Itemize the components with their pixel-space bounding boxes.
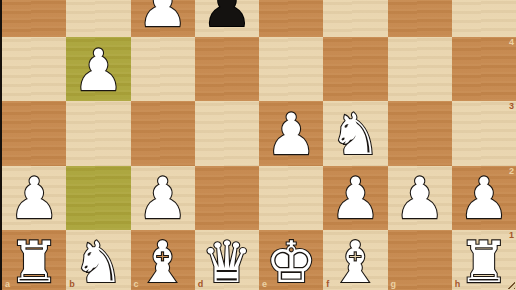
square-b3[interactable]	[66, 101, 130, 165]
square-h1[interactable]: ♜1h	[452, 230, 516, 290]
file-label-d: d	[198, 280, 204, 289]
file-label-b: b	[69, 280, 75, 289]
file-label-g: g	[391, 280, 397, 289]
white-bishop[interactable]: ♝	[137, 234, 188, 290]
white-king[interactable]: ♚	[266, 234, 317, 290]
file-label-h: h	[455, 280, 461, 289]
rank-label-4: 4	[509, 38, 514, 47]
rank-label-1: 1	[509, 231, 514, 240]
square-e4[interactable]	[259, 37, 323, 101]
square-f4[interactable]	[323, 37, 387, 101]
square-a1[interactable]: ♜a	[2, 230, 66, 290]
white-pawn[interactable]: ♟	[330, 170, 381, 227]
white-queen[interactable]: ♛	[201, 234, 252, 290]
square-a4[interactable]	[2, 37, 66, 101]
square-f1[interactable]: ♝f	[323, 230, 387, 290]
square-c3[interactable]	[131, 101, 195, 165]
square-a3[interactable]	[2, 101, 66, 165]
file-label-a: a	[5, 280, 10, 289]
file-label-c: c	[134, 280, 139, 289]
square-e3[interactable]: ♟	[259, 101, 323, 165]
square-h5[interactable]	[452, 0, 516, 37]
square-b5[interactable]	[66, 0, 130, 37]
rank-label-2: 2	[509, 167, 514, 176]
square-b2[interactable]	[66, 166, 130, 230]
square-d3[interactable]	[195, 101, 259, 165]
square-d5[interactable]: ♟	[195, 0, 259, 37]
square-g5[interactable]	[388, 0, 452, 37]
white-rook[interactable]: ♜	[9, 234, 60, 290]
white-knight[interactable]: ♞	[330, 106, 381, 163]
square-e1[interactable]: ♚e	[259, 230, 323, 290]
square-a5[interactable]	[2, 0, 66, 37]
chess-board: ♟♟♟4♟♞3♟♟♟♟♟2♜a♞b♝c♛d♚e♝fg♜1h	[2, 0, 516, 290]
white-pawn[interactable]: ♟	[394, 170, 445, 227]
white-rook[interactable]: ♜	[458, 234, 509, 290]
square-c5[interactable]: ♟	[131, 0, 195, 37]
square-f3[interactable]: ♞	[323, 101, 387, 165]
square-g2[interactable]: ♟	[388, 166, 452, 230]
rank-label-3: 3	[509, 102, 514, 111]
square-b1[interactable]: ♞b	[66, 230, 130, 290]
square-b4[interactable]: ♟	[66, 37, 130, 101]
square-e2[interactable]	[259, 166, 323, 230]
square-f2[interactable]: ♟	[323, 166, 387, 230]
square-e5[interactable]	[259, 0, 323, 37]
square-h2[interactable]: ♟2	[452, 166, 516, 230]
square-f5[interactable]	[323, 0, 387, 37]
white-pawn[interactable]: ♟	[458, 170, 509, 227]
white-knight[interactable]: ♞	[73, 234, 124, 290]
square-c1[interactable]: ♝c	[131, 230, 195, 290]
square-h3[interactable]: 3	[452, 101, 516, 165]
square-g1[interactable]: g	[388, 230, 452, 290]
file-label-e: e	[262, 280, 267, 289]
file-label-f: f	[326, 280, 329, 289]
white-pawn[interactable]: ♟	[137, 170, 188, 227]
white-bishop[interactable]: ♝	[330, 234, 381, 290]
square-c2[interactable]: ♟	[131, 166, 195, 230]
square-g3[interactable]	[388, 101, 452, 165]
white-pawn[interactable]: ♟	[9, 170, 60, 227]
white-pawn[interactable]: ♟	[266, 106, 317, 163]
square-d1[interactable]: ♛d	[195, 230, 259, 290]
square-c4[interactable]	[131, 37, 195, 101]
square-d4[interactable]	[195, 37, 259, 101]
square-d2[interactable]	[195, 166, 259, 230]
white-pawn[interactable]: ♟	[137, 0, 188, 35]
white-pawn[interactable]: ♟	[73, 42, 124, 99]
square-a2[interactable]: ♟	[2, 166, 66, 230]
black-pawn[interactable]: ♟	[201, 0, 252, 35]
square-g4[interactable]	[388, 37, 452, 101]
square-h4[interactable]: 4	[452, 37, 516, 101]
chess-board-viewport: ♟♟♟4♟♞3♟♟♟♟♟2♜a♞b♝c♛d♚e♝fg♜1h	[0, 0, 516, 290]
